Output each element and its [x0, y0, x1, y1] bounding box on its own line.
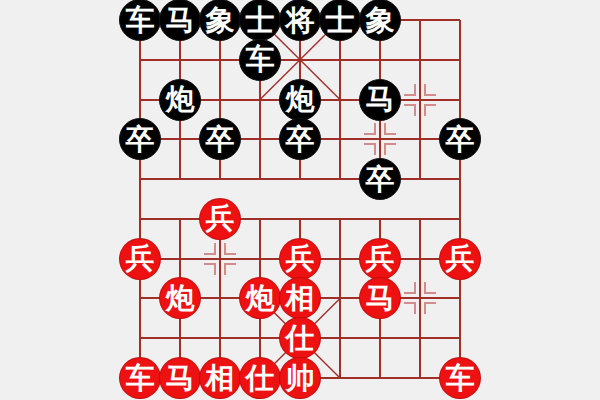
piece-red-c-b8[interactable]: 炮: [159, 277, 201, 319]
piece-black-c-e3[interactable]: 炮: [279, 79, 321, 121]
piece-red-a-e9[interactable]: 仕: [279, 317, 321, 359]
piece-red-p-g7[interactable]: 兵: [359, 238, 401, 280]
marker-corner-br: [224, 263, 236, 275]
piece-red-p-e7[interactable]: 兵: [279, 238, 321, 280]
marker-corner-tr: [424, 84, 436, 96]
piece-red-a-d10[interactable]: 仕: [239, 357, 281, 399]
piece-red-p-i7[interactable]: 兵: [439, 238, 481, 280]
piece-black-n-b1[interactable]: 马: [159, 0, 201, 41]
piece-black-n-g3[interactable]: 马: [359, 79, 401, 121]
marker-corner-tr: [424, 282, 436, 294]
piece-black-a-d1[interactable]: 士: [239, 0, 281, 41]
marker-corner-bl: [404, 104, 416, 116]
marker-corner-tl: [364, 123, 376, 135]
piece-red-p-a7[interactable]: 兵: [119, 238, 161, 280]
marker-corner-tl: [204, 243, 216, 255]
marker-corner-bl: [364, 143, 376, 155]
marker-corner-tl: [404, 282, 416, 294]
piece-red-b-c10[interactable]: 相: [199, 357, 241, 399]
marker-corner-bl: [404, 302, 416, 314]
xiangqi-board[interactable]: 车马象士将士象车炮炮马卒卒卒卒卒兵兵兵兵兵炮炮相马仕车马相仕帅车: [0, 0, 600, 400]
marker-corner-br: [384, 143, 396, 155]
piece-red-r-i10[interactable]: 车: [439, 357, 481, 399]
piece-red-n-b10[interactable]: 马: [159, 357, 201, 399]
marker-corner-br: [424, 302, 436, 314]
marker-corner-bl: [204, 263, 216, 275]
piece-black-a-f1[interactable]: 士: [319, 0, 361, 41]
piece-red-p-c6[interactable]: 兵: [199, 198, 241, 240]
piece-black-p-g5[interactable]: 卒: [359, 158, 401, 200]
piece-red-r-a10[interactable]: 车: [119, 357, 161, 399]
marker-corner-tr: [224, 243, 236, 255]
piece-red-k-e10[interactable]: 帅: [279, 357, 321, 399]
piece-black-b-c1[interactable]: 象: [199, 0, 241, 41]
last-move-marker-h3: [404, 84, 436, 116]
piece-black-c-b3[interactable]: 炮: [159, 79, 201, 121]
piece-black-r-d2[interactable]: 车: [239, 39, 281, 81]
piece-black-r-a1[interactable]: 车: [119, 0, 161, 41]
last-move-marker-h8: [404, 282, 436, 314]
piece-red-c-d8[interactable]: 炮: [239, 277, 281, 319]
piece-black-b-g1[interactable]: 象: [359, 0, 401, 41]
piece-black-k-e1[interactable]: 将: [279, 0, 321, 41]
marker-corner-tl: [404, 84, 416, 96]
last-move-marker-c7: [204, 243, 236, 275]
marker-corner-br: [424, 104, 436, 116]
last-move-marker-g4: [364, 123, 396, 155]
marker-corner-tr: [384, 123, 396, 135]
